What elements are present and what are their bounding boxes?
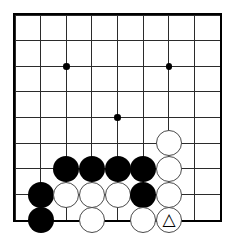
black-stone: [130, 182, 156, 208]
star-point: [63, 63, 70, 70]
go-board[interactable]: △: [0, 0, 236, 236]
black-stone: [28, 182, 54, 208]
go-diagram: △: [0, 0, 236, 236]
white-stone: [79, 182, 105, 208]
triangle-marker: △: [162, 211, 175, 228]
black-stone: [79, 156, 105, 182]
white-stone: [79, 207, 105, 233]
white-stone: [53, 182, 79, 208]
white-stone: [156, 182, 182, 208]
white-stone-triangle-marked: △: [156, 207, 182, 233]
white-stone: [105, 182, 131, 208]
black-stone: [28, 207, 54, 233]
white-stone: [156, 156, 182, 182]
star-point: [166, 63, 173, 70]
star-point: [114, 114, 121, 121]
black-stone: [105, 156, 131, 182]
white-stone: [130, 207, 156, 233]
